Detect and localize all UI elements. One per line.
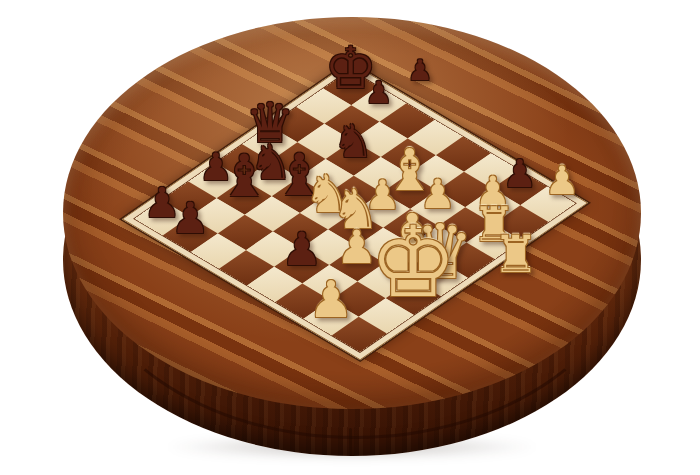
piece-black-pawn-a7[interactable]: ♟ <box>171 198 210 241</box>
piece-black-knight-f6[interactable]: ♞ <box>333 119 374 165</box>
piece-white-pawn-rim[interactable]: ♟ <box>544 161 579 200</box>
piece-white-rook-rim[interactable]: ♜ <box>493 229 539 280</box>
pieces-layer: ♟♚♟♛♞♞♟♟♝♟♝♝♟♟♟♞♟♞♟♜♝♟♟♜♛♚♟ <box>0 0 700 475</box>
piece-black-pawn-b4[interactable]: ♟ <box>281 227 322 273</box>
chess-photo-scene: ♟♚♟♛♞♞♟♟♝♟♝♝♟♟♟♞♟♞♟♜♝♟♟♜♛♚♟ <box>0 0 700 475</box>
piece-black-pawn-h7[interactable]: ♟ <box>365 78 392 109</box>
piece-black-bishop-c7[interactable]: ♝ <box>218 148 270 206</box>
piece-white-pawn-a2[interactable]: ♟ <box>308 275 354 326</box>
piece-white-king-c1[interactable]: ♚ <box>369 214 457 312</box>
piece-black-pawn-rim[interactable]: ♟ <box>407 57 433 85</box>
